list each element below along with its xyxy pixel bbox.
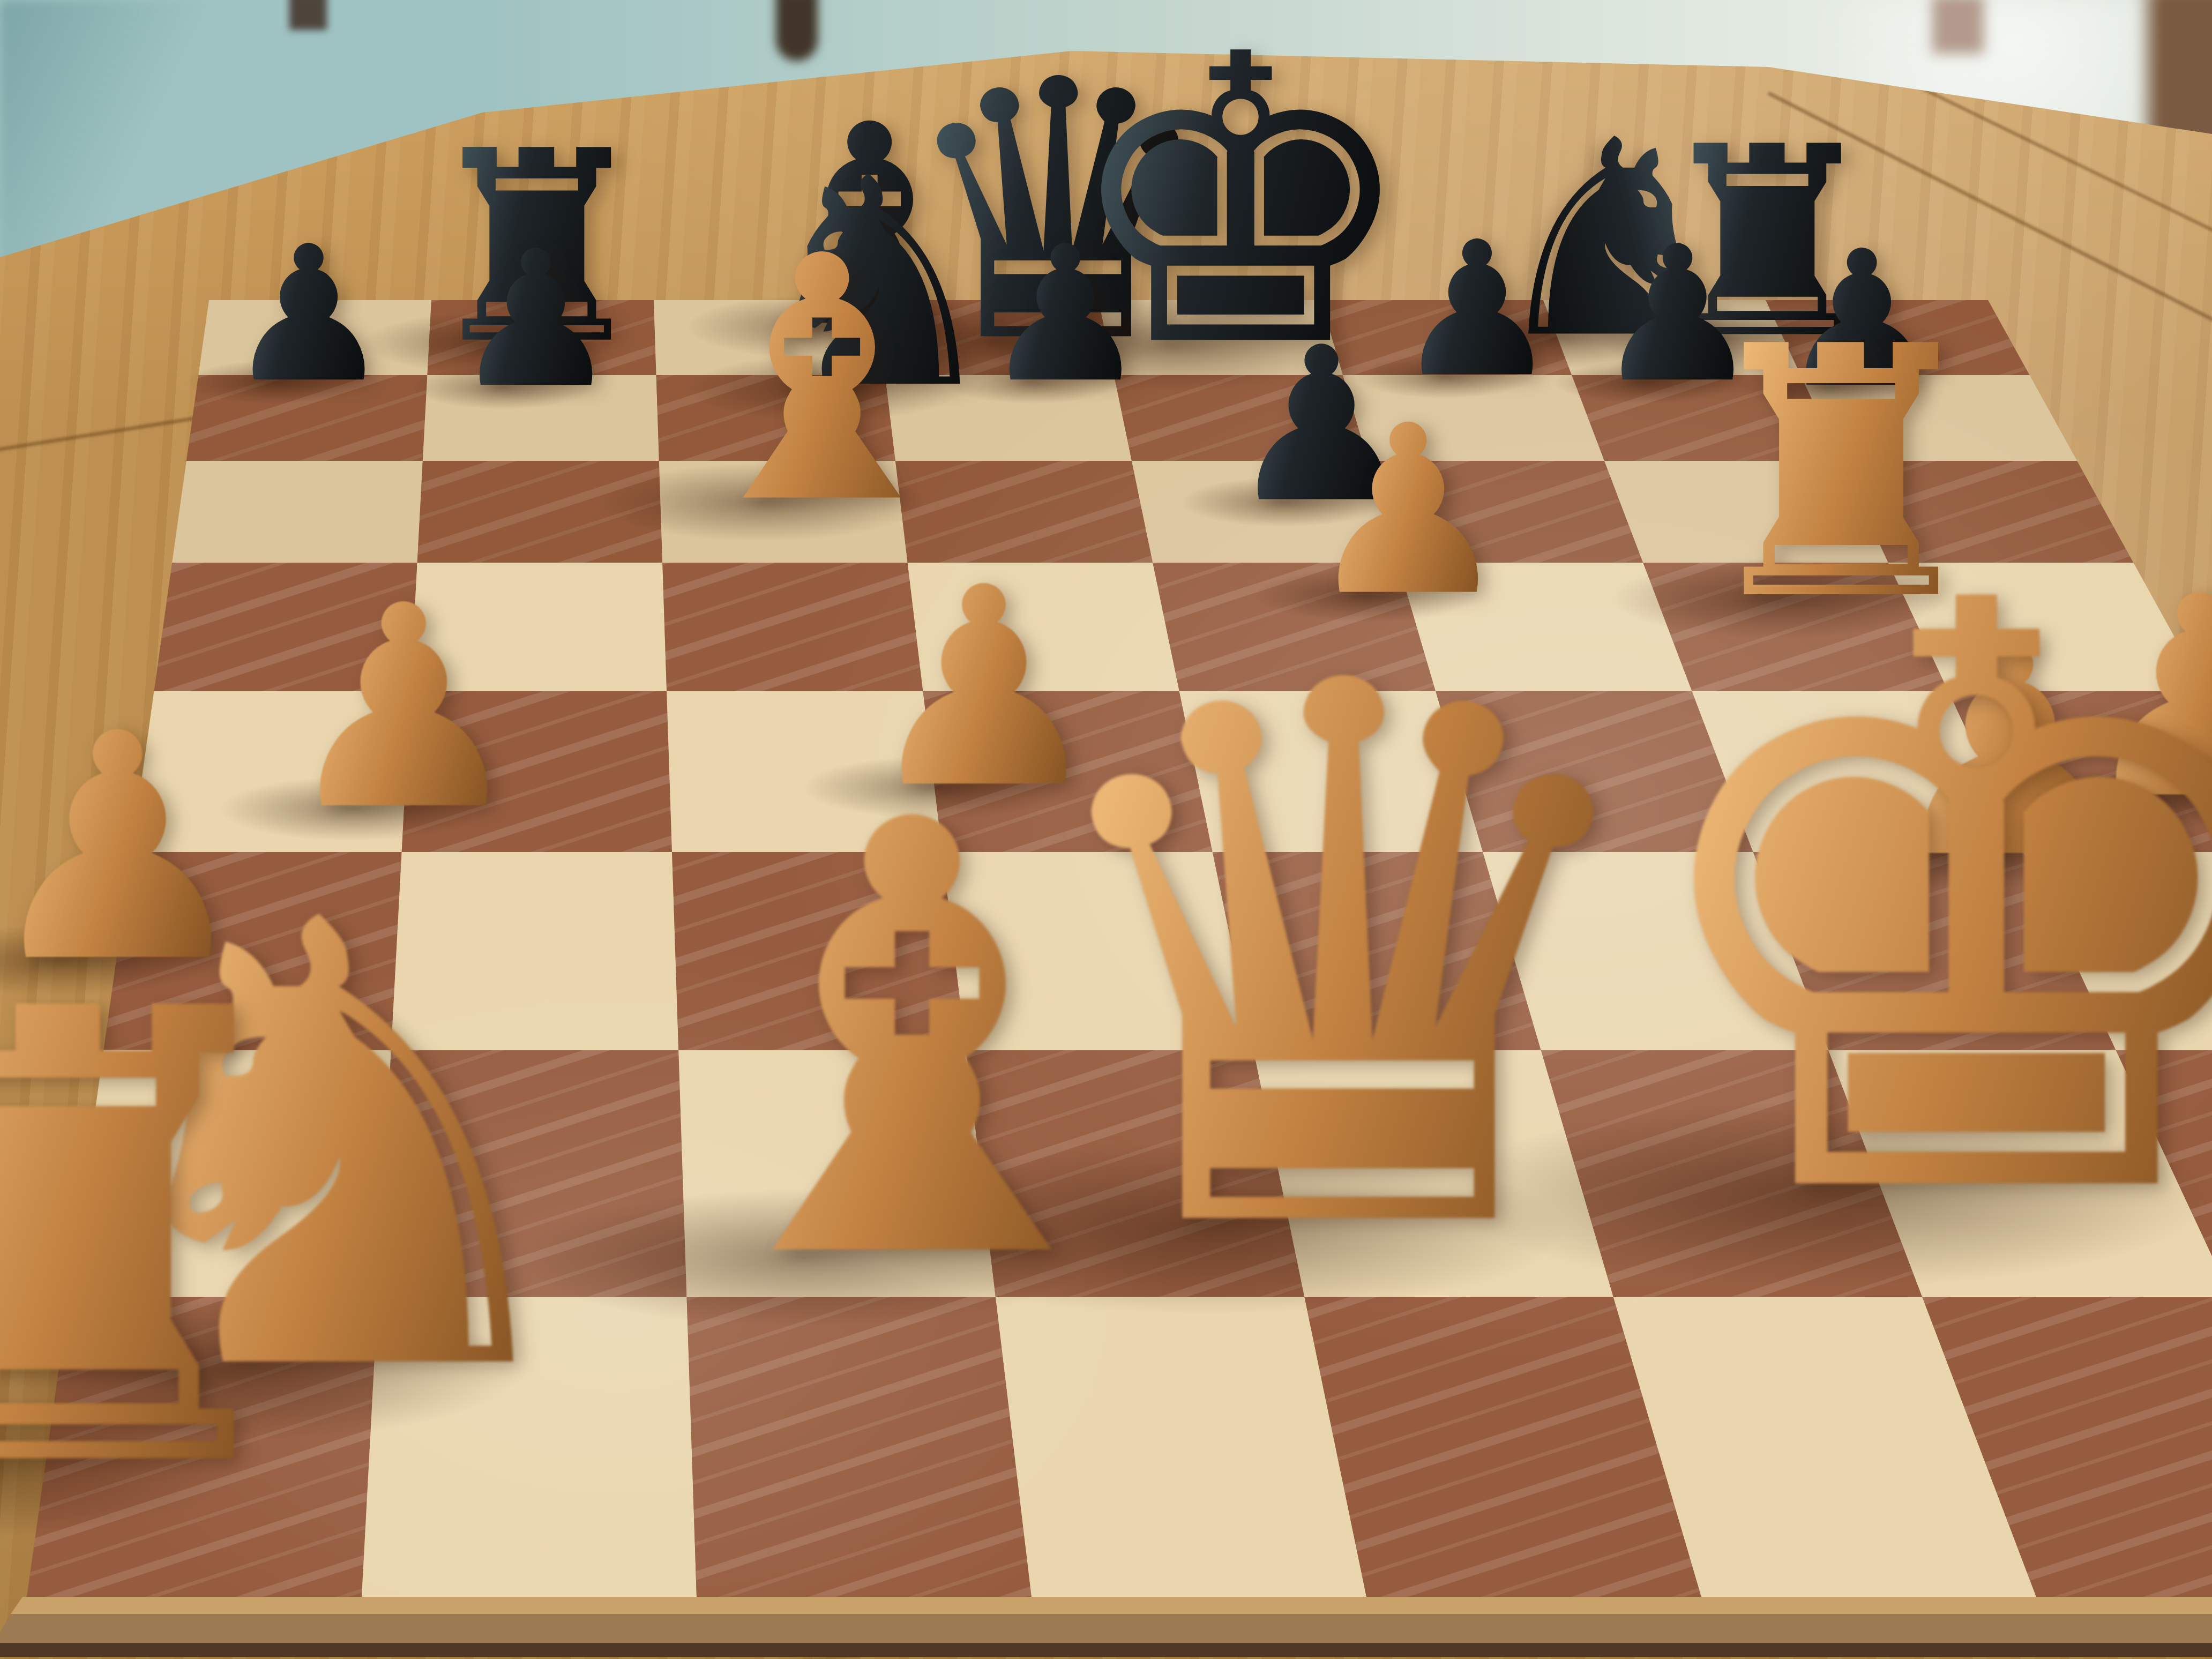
piece-white-king-g2: ♚	[1615, 502, 2212, 1307]
pieces-layer: ♝♞♜♜♛♚♟♟♟♟♟♟♞♟♝♟♜♟♟♟♟♟♚♛♝♞♜	[0, 0, 2212, 1659]
piece-white-bishop-c2: ♝	[645, 746, 1179, 1342]
piece-white-bishop-c5: ♝	[671, 212, 973, 549]
piece-black-pawn-b7: ♟	[452, 226, 621, 414]
piece-white-rook-a1: ♜	[0, 931, 338, 1553]
photo-scene: ♝♞♜♜♛♚♟♟♟♟♟♟♞♟♝♟♜♟♟♟♟♟♚♛♝♞♜ Antique turn…	[0, 0, 2212, 1659]
piece-black-pawn-a7: ♟	[225, 221, 393, 408]
piece-black-pawn-d7: ♟	[982, 221, 1149, 408]
